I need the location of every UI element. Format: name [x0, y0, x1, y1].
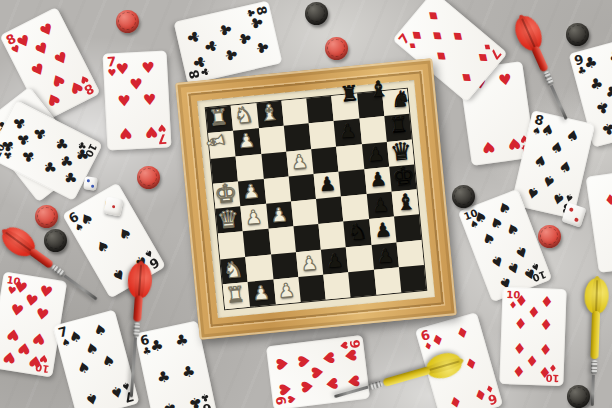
- square: [359, 116, 387, 144]
- hearts-pip-icon: ♥: [320, 350, 337, 365]
- hearts-pip-icon: ♥: [43, 88, 62, 107]
- square: [399, 265, 427, 293]
- spades-pip-icon: ♠: [75, 358, 92, 376]
- chess-piece-black-N[interactable]: ♞: [347, 221, 369, 245]
- diamonds-pip-icon: ♦: [447, 391, 464, 408]
- clubs-pip-icon: ♣: [149, 338, 165, 355]
- square: [311, 146, 339, 174]
- clubs-pip-icon: ♣: [222, 46, 240, 62]
- square: [323, 272, 351, 300]
- card-diamonds-10: 10♦10♦♦♦♦♦♦♦♦♦♦♦: [499, 286, 566, 385]
- hearts-pip-icon: ♥: [278, 381, 295, 396]
- diamonds-pip-icon: ♦: [432, 46, 452, 66]
- chess-piece-black-R[interactable]: ♜: [339, 83, 360, 106]
- dice: [83, 176, 98, 191]
- clubs-pip-icon: ♣: [203, 37, 221, 53]
- chess-piece-white-P[interactable]: ♟: [300, 253, 319, 274]
- hearts-pip-icon: ♥: [52, 48, 71, 67]
- spades-pip-icon: ♠: [67, 328, 84, 346]
- square: [258, 126, 286, 154]
- black-checker-piece: [44, 229, 67, 252]
- card-diamonds-partial: ♦♦♦: [586, 168, 612, 273]
- square: [339, 169, 367, 197]
- chess-piece-white-N[interactable]: ♞: [233, 104, 255, 128]
- square: [341, 194, 369, 222]
- chess-piece-black-R[interactable]: ♜: [388, 115, 409, 138]
- diamonds-pip-icon: ♦: [538, 340, 552, 355]
- chess-piece-black-P[interactable]: ♟: [318, 174, 337, 195]
- card-corner-index: 7♥: [157, 122, 167, 144]
- hearts-pip-icon: ♥: [115, 62, 129, 78]
- spades-pip-icon: ♠: [541, 171, 557, 189]
- chess-piece-black-B[interactable]: ♝: [395, 190, 417, 214]
- chess-piece-white-P[interactable]: ♟: [242, 181, 261, 202]
- card-clubs-8: 8♣8♣♣♣♣♣♣♣♣♣: [174, 0, 283, 84]
- hearts-icon: ♥: [157, 122, 167, 132]
- spades-pip-icon: ♠: [93, 237, 112, 257]
- spades-pip-icon: ♠: [504, 220, 522, 239]
- square: [261, 151, 289, 179]
- dart-barrel: [382, 366, 430, 387]
- chess-piece-black-N[interactable]: ♞: [390, 87, 412, 111]
- diamonds-pip-icon: ♦: [539, 317, 553, 332]
- spades-pip-icon: ♠: [116, 224, 135, 244]
- dart-barrel: [133, 295, 143, 321]
- square: [309, 121, 337, 149]
- square: [336, 144, 364, 172]
- chess-piece-white-P[interactable]: ♟: [270, 204, 289, 225]
- spades-pip-icon: ♠: [564, 128, 580, 146]
- diamonds-pip-icon: ♦: [424, 6, 444, 26]
- chess-piece-black-P[interactable]: ♟: [369, 169, 388, 190]
- square: [218, 231, 246, 259]
- diamonds-pip-icon: ♦: [428, 26, 448, 46]
- square: [236, 154, 264, 182]
- hearts-pip-icon: ♥: [119, 124, 133, 140]
- chess-piece-white-Q[interactable]: ♛: [216, 206, 240, 232]
- dart-needle: [334, 386, 368, 399]
- die-pip: [574, 217, 580, 223]
- spades-pip-icon: ♠: [557, 158, 573, 176]
- hearts-pip-icon: ♥: [48, 69, 67, 88]
- die-pip: [569, 207, 575, 213]
- spades-pip-icon: ♠: [92, 322, 109, 340]
- clubs-pip-icon: ♣: [235, 30, 253, 46]
- dart-ferrule: [543, 70, 554, 85]
- square: [318, 222, 346, 250]
- spades-pip-icon: ♠: [532, 152, 548, 170]
- clubs-pip-icon: ♣: [216, 21, 234, 37]
- chess-piece-white-R[interactable]: ♜: [208, 107, 229, 130]
- spades-pip-icon: ♠: [488, 251, 506, 270]
- clubs-pip-icon: ♣: [582, 54, 599, 72]
- diamonds-pip-icon: ♦: [430, 332, 447, 350]
- hearts-pip-icon: ♥: [35, 306, 51, 323]
- chess-piece-white-P[interactable]: ♟: [277, 280, 296, 301]
- square: [293, 224, 321, 252]
- chess-piece-white-K[interactable]: ♚: [213, 180, 238, 207]
- chess-piece-black-P[interactable]: ♟: [376, 245, 395, 266]
- square: [288, 174, 316, 202]
- die-pip: [86, 178, 89, 181]
- chess-piece-black-P[interactable]: ♟: [371, 195, 390, 216]
- black-checker-piece: [567, 385, 590, 408]
- diamonds-pip-icon: ♦: [454, 325, 471, 343]
- square: [284, 124, 312, 152]
- hearts-pip-icon: ♥: [38, 21, 57, 40]
- dart-ferrule: [133, 322, 140, 336]
- spades-pip-icon: ♠: [100, 352, 117, 370]
- square: [346, 244, 374, 272]
- dart-needle: [591, 375, 595, 406]
- clubs-pip-icon: ♣: [155, 368, 171, 385]
- diamonds-pip-icon: ♦: [603, 192, 612, 209]
- black-checker-piece: [452, 185, 475, 208]
- hearts-pip-icon: ♥: [144, 122, 158, 138]
- hearts-pip-icon: ♥: [342, 348, 359, 363]
- chess-piece-white-P[interactable]: ♟: [252, 283, 271, 304]
- chess-piece-white-P[interactable]: ♟: [290, 151, 309, 172]
- chess-piece-white-R[interactable]: ♜: [225, 284, 246, 307]
- clubs-pip-icon: ♣: [247, 14, 265, 30]
- square: [243, 229, 271, 257]
- square: [291, 199, 319, 227]
- square: [268, 227, 296, 255]
- clubs-pip-icon: ♣: [162, 398, 178, 408]
- square: [271, 252, 299, 280]
- hearts-pip-icon: ♥: [2, 348, 18, 365]
- clubs-pip-icon: ♣: [600, 119, 612, 137]
- dart-ferrule: [368, 381, 383, 391]
- red-checker-piece: [116, 10, 139, 33]
- square: [348, 270, 376, 298]
- clubs-pip-icon: ♣: [192, 53, 210, 69]
- tabletop-photo: ♜♞♝♜♝♞♝♟♟♜♟♟♛♚♟♟♟♚♛♟♟♟♝♞♟♞♟♟♟♜♟♟ 10♥10♥♥…: [0, 0, 612, 408]
- chess-piece-black-P[interactable]: ♟: [338, 121, 357, 142]
- diamonds-pip-icon: ♦: [463, 354, 480, 372]
- spades-pip-icon: ♠: [550, 188, 566, 206]
- dart-needle: [130, 337, 137, 397]
- hearts-pip-icon: ♥: [38, 283, 54, 300]
- chess-piece-white-P[interactable]: ♟: [244, 207, 263, 228]
- hearts-pip-icon: ♥: [31, 329, 47, 346]
- dice: [561, 202, 586, 227]
- spades-pip-icon: ♠: [548, 139, 564, 157]
- diamonds-pip-icon: ♦: [448, 26, 468, 46]
- die-pip: [111, 204, 115, 208]
- hearts-pip-icon: ♥: [9, 302, 25, 319]
- clubs-pip-icon: ♣: [61, 168, 80, 187]
- diamonds-pip-icon: ♦: [455, 66, 475, 86]
- chess-piece-black-B[interactable]: ♝: [368, 77, 390, 101]
- square: [298, 274, 326, 302]
- hearts-pip-icon: ♥: [29, 60, 48, 79]
- dice: [103, 196, 123, 216]
- chess-piece-black-P[interactable]: ♟: [325, 250, 344, 271]
- hearts-pip-icon: ♥: [481, 137, 496, 154]
- hearts-pip-icon: ♥: [129, 77, 143, 93]
- dart-barrel: [531, 45, 549, 72]
- hearts-pip-icon: ♥: [27, 352, 43, 369]
- hearts-pip-icon: ♥: [143, 91, 157, 107]
- hearts-pip-icon: ♥: [506, 134, 521, 151]
- clubs-pip-icon: ♣: [187, 393, 203, 408]
- clubs-pip-icon: ♣: [186, 28, 204, 44]
- hearts-pip-icon: ♥: [498, 72, 513, 89]
- spades-pip-icon: ♠: [83, 388, 100, 406]
- clubs-pip-icon: ♣: [180, 363, 196, 380]
- dart-needle: [63, 274, 97, 300]
- dart-barrel: [590, 311, 600, 359]
- square: [394, 214, 422, 242]
- chess-piece-white-N[interactable]: ♞: [222, 258, 244, 282]
- square: [396, 240, 424, 268]
- square: [316, 197, 344, 225]
- spades-pip-icon: ♠: [525, 183, 541, 201]
- hearts-pip-icon: ♥: [117, 93, 131, 109]
- dart-ferrule: [50, 264, 65, 277]
- chess-piece-white-P[interactable]: ♟: [237, 131, 256, 152]
- chess-board: ♜♞♝♜♝♞♝♟♟♜♟♟♛♚♟♟♟♚♛♟♟♟♝♞♟♞♟♟♟♜♟♟: [175, 58, 457, 340]
- card-hearts-7: 7♥7♥♥♥♥♥♥♥♥: [103, 50, 172, 150]
- square: [245, 254, 273, 282]
- diamonds-pip-icon: ♦: [538, 364, 552, 379]
- dart-needle: [550, 85, 568, 120]
- red-checker-piece: [137, 166, 160, 189]
- diamonds-pip-icon: ♦: [540, 294, 554, 309]
- clubs-pip-icon: ♣: [10, 113, 29, 132]
- clubs-pip-icon: ♣: [174, 332, 190, 349]
- black-checker-piece: [305, 2, 328, 25]
- clubs-pip-icon: ♣: [607, 47, 612, 65]
- diamonds-pip-icon: ♦: [513, 339, 527, 354]
- chess-piece-black-Q[interactable]: ♛: [389, 138, 413, 164]
- diamonds-pip-icon: ♦: [514, 316, 528, 331]
- diamonds-pip-icon: ♦: [525, 352, 539, 367]
- spades-pip-icon: ♠: [84, 340, 101, 358]
- die-pip: [91, 184, 94, 187]
- chess-piece-white-B[interactable]: ♝: [258, 101, 280, 125]
- chess-piece-black-P[interactable]: ♟: [374, 220, 393, 241]
- hearts-pip-icon: ♥: [274, 356, 291, 371]
- red-checker-piece: [538, 225, 561, 248]
- dart-ferrule: [591, 360, 597, 374]
- square: [281, 98, 309, 126]
- hearts-pip-icon: ♥: [141, 60, 155, 76]
- chess-piece-black-P[interactable]: ♟: [366, 144, 385, 165]
- hearts-pip-icon: ♥: [300, 379, 317, 394]
- red-checker-piece: [35, 205, 58, 228]
- diamonds-pip-icon: ♦: [514, 293, 528, 308]
- square: [263, 176, 291, 204]
- clubs-pip-icon: ♣: [19, 147, 38, 166]
- square: [374, 267, 402, 295]
- clubs-pip-icon: ♣: [252, 39, 270, 55]
- chess-piece-black-K[interactable]: ♚: [391, 163, 416, 190]
- square: [306, 96, 334, 124]
- red-checker-piece: [325, 37, 348, 60]
- hearts-pip-icon: ♥: [33, 40, 52, 59]
- diamonds-pip-icon: ♦: [512, 363, 526, 378]
- black-checker-piece: [566, 23, 589, 46]
